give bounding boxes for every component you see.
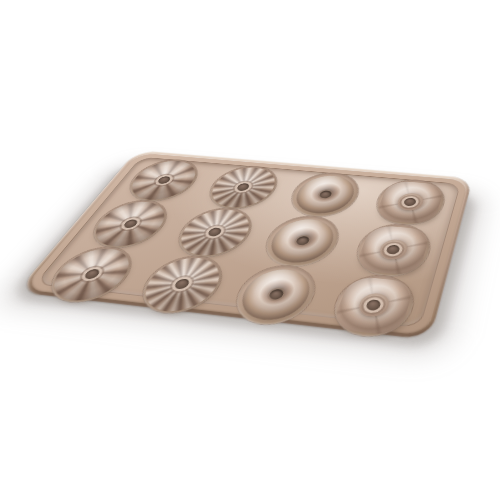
mold-spiral-bundt-r2c2 (169, 207, 259, 259)
product-photo-scene (0, 0, 500, 500)
cavity-plate-r1c3 (282, 171, 366, 220)
cavity-plate-r2c2 (166, 206, 261, 261)
mold-plain-donut-r3c3 (232, 267, 319, 324)
mold-fluted-donut-r3c4 (330, 276, 416, 337)
cavity-plate-r3c4 (324, 272, 420, 340)
mold-center-hole (83, 268, 102, 279)
mold-center-hole (365, 299, 382, 311)
cavity-plate-r1c4 (369, 178, 450, 228)
mold-spiral-bundt-r3c2 (132, 255, 231, 315)
mold-center-hole (173, 278, 191, 289)
mold-center-hole (207, 227, 224, 237)
cavity-plate-r1c2 (199, 164, 286, 211)
cavity-plate-r2c4 (348, 222, 436, 280)
mold-flower-bundt-r1c1 (121, 159, 206, 203)
mold-center-hole (295, 235, 311, 245)
mold-center-hole (386, 244, 401, 254)
cavity-plate-r3c3 (224, 263, 324, 329)
mold-center-hole (318, 190, 333, 199)
mold-plain-donut-r1c3 (288, 174, 361, 216)
cavity-plate-r2c3 (256, 213, 347, 269)
mold-fluted-donut-r2c4 (353, 224, 431, 276)
mold-plain-donut-r2c3 (262, 217, 341, 266)
mold-center-hole (122, 219, 139, 228)
mold-fluted-donut-r1c4 (374, 180, 446, 225)
mold-spiral-bundt-r1c2 (201, 165, 283, 210)
mold-center-hole (236, 183, 251, 191)
mold-center-hole (403, 197, 417, 206)
mold-center-hole (156, 176, 172, 184)
mold-center-hole (267, 288, 285, 300)
